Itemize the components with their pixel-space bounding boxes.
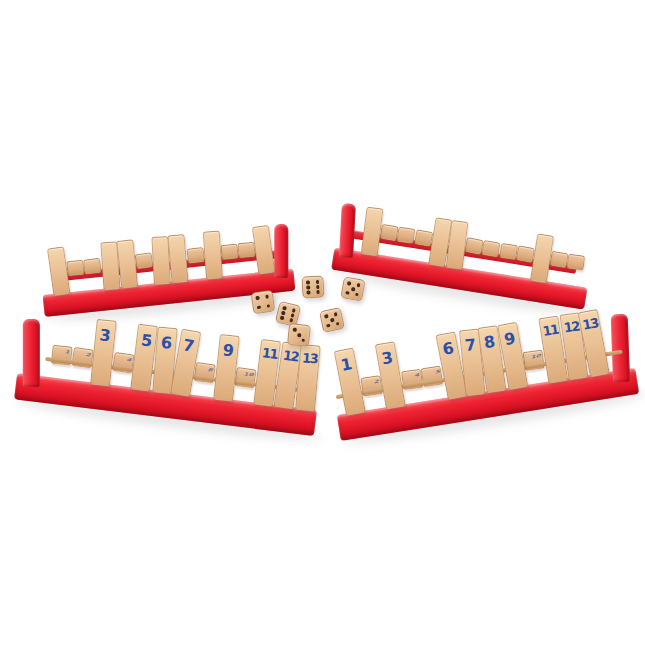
die-pip	[330, 318, 334, 322]
die-pip	[292, 308, 296, 312]
tile-back-open-1[interactable]	[361, 207, 384, 257]
tile-number: 7	[460, 335, 480, 356]
die-pip	[301, 338, 305, 342]
die-3-showing-6[interactable]	[301, 275, 324, 298]
tile-number: 6	[157, 333, 177, 353]
tile-number-edge: 1	[64, 350, 72, 355]
die-6-showing-3[interactable]	[287, 323, 311, 347]
tile-number-edge: 10	[243, 372, 256, 377]
tile-back-open-8[interactable]	[168, 234, 189, 283]
tile-number-edge: 8	[207, 368, 215, 373]
tile-number: 6	[438, 337, 459, 359]
die-pip	[315, 280, 319, 284]
tile-number-edge: 4	[414, 372, 421, 378]
tile-number-edge: 10	[531, 353, 543, 360]
die-pip	[290, 313, 294, 317]
die-pip	[307, 285, 311, 289]
tile-back-open-11[interactable]	[530, 233, 554, 283]
tile-number: 11	[540, 321, 560, 339]
die-pip	[281, 311, 285, 315]
die-pip	[316, 290, 320, 294]
die-pip	[347, 282, 351, 286]
tile-back-shut-9[interactable]	[186, 247, 205, 264]
tile-number: 13	[300, 350, 319, 367]
tray-bottom-right: 12345678910111213	[322, 277, 639, 443]
tile-number: 7	[178, 335, 199, 357]
die-pip	[266, 304, 270, 308]
tile-number: 9	[218, 340, 238, 361]
shut-the-box-photo: 12345678910111213 12345678910111213	[0, 0, 645, 645]
tile-back-shut-6[interactable]	[135, 252, 154, 269]
die-pip	[297, 333, 301, 337]
tile-back-shut-9[interactable]	[499, 243, 518, 260]
tile-open-13[interactable]: 13	[295, 344, 321, 411]
die-pip	[346, 291, 350, 295]
die-pip	[355, 292, 359, 296]
die-5-showing-5[interactable]	[319, 307, 345, 333]
die-pip	[265, 295, 269, 299]
tile-number: 12	[280, 347, 300, 364]
tile-back-shut-11[interactable]	[220, 243, 238, 260]
tile-back-open-10[interactable]	[202, 231, 222, 280]
die-pip	[326, 323, 330, 327]
tile-back-open-5[interactable]	[116, 239, 138, 289]
tile-back-open-13[interactable]	[252, 225, 276, 275]
tile-number: 11	[260, 345, 280, 362]
tile-number-edge: 4	[125, 358, 133, 363]
tile-open-9[interactable]: 9	[213, 334, 240, 402]
tile-back-shut-8[interactable]	[482, 240, 501, 258]
tile-back-shut-2[interactable]	[66, 260, 84, 277]
die-pip	[333, 312, 337, 316]
tile-number-edge: 2	[84, 352, 92, 357]
tile-back-shut-13[interactable]	[567, 254, 586, 271]
tile-open-3[interactable]: 3	[90, 319, 117, 387]
tile-number: 1	[336, 354, 357, 376]
die-pip	[335, 321, 339, 325]
tile-row: 12345678910111213	[322, 277, 639, 443]
tile-number: 3	[95, 325, 115, 346]
tile-back-shut-12[interactable]	[238, 242, 256, 259]
tile-number-edge: 2	[373, 379, 380, 385]
tile-number: 5	[137, 330, 157, 351]
die-pip	[293, 328, 297, 332]
tile-number: 9	[499, 328, 520, 350]
die-pip	[356, 283, 360, 287]
die-1-showing-4[interactable]	[251, 290, 276, 315]
tile-number: 8	[480, 331, 500, 352]
tile-back-shut-3[interactable]	[397, 227, 416, 244]
die-pip	[283, 306, 287, 310]
die-pip	[257, 305, 261, 309]
die-pip	[324, 314, 328, 318]
tile-number-edge: 5	[434, 369, 441, 375]
tile-number: 12	[561, 318, 581, 335]
die-pip	[289, 318, 293, 322]
tile-number: 13	[580, 315, 601, 333]
die-4-showing-5[interactable]	[340, 276, 365, 301]
die-pip	[307, 290, 311, 294]
die-pip	[256, 296, 260, 300]
tile-number: 3	[377, 347, 398, 369]
die-pip	[280, 316, 284, 320]
die-pip	[306, 280, 310, 284]
die-pip	[351, 287, 355, 291]
die-pip	[316, 285, 320, 289]
tile-back-shut-3[interactable]	[83, 258, 102, 275]
